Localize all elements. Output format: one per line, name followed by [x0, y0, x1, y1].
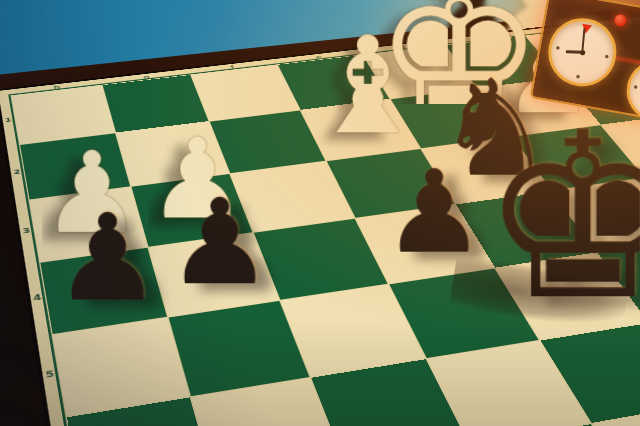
rank-label-3: 3 [22, 227, 31, 235]
photo-stage: ♟ ♟ ♝♚♟♟♟♞♟♟♟♟♚12345678hgfedcba [0, 0, 640, 426]
rank-label-5: 5 [45, 369, 55, 380]
clock-left-dial [543, 13, 622, 92]
rank-label-4: 4 [33, 293, 42, 302]
black-pawn[interactable]: ♟ [166, 193, 272, 293]
clock-button[interactable] [613, 13, 627, 27]
rank-label-2: 2 [13, 168, 21, 175]
black-pawn[interactable]: ♟ [383, 164, 486, 261]
white-bishop[interactable]: ♝ [308, 30, 428, 144]
black-pawn[interactable]: ♟ [53, 208, 161, 310]
left-dial-pivot [579, 49, 585, 55]
rank-label-1: 1 [4, 117, 12, 123]
black-king[interactable]: ♚ [480, 121, 640, 316]
